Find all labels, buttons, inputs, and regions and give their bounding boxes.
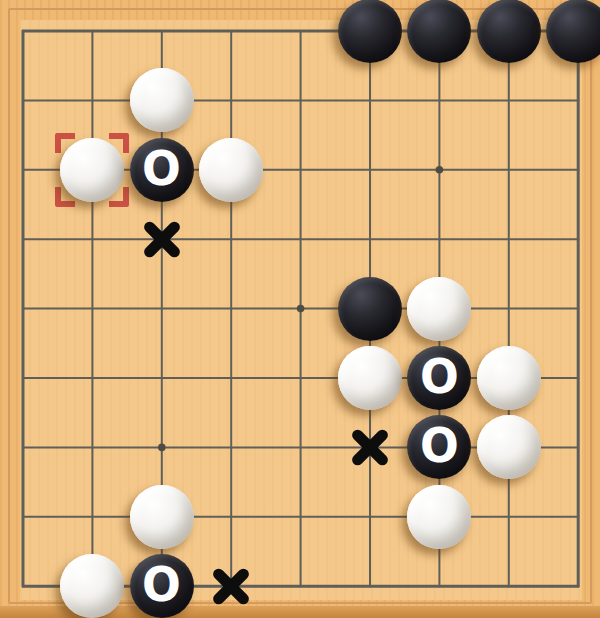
board-point-hg[interactable] [474,413,543,482]
stone-o-label: O [420,421,459,469]
board-point-fe[interactable] [335,274,404,343]
black-stone [338,0,402,63]
black-stone: O [407,346,471,410]
board-point-be[interactable] [58,274,127,343]
board-point-bd[interactable] [58,204,127,273]
board-point-bc[interactable] [58,135,127,204]
board-point-id[interactable] [543,204,600,273]
board-point-gi[interactable] [405,551,474,618]
black-stone [546,0,600,63]
black-stone [477,0,541,63]
board-point-ia[interactable] [543,0,600,66]
board-point-ac[interactable] [0,135,58,204]
board-point-cd[interactable] [127,204,196,273]
x-mark-icon [207,562,255,610]
white-stone [477,346,541,410]
white-stone [477,415,541,479]
board-point-dd[interactable] [196,204,265,273]
board-point-ea[interactable] [266,0,335,66]
board-point-ib[interactable] [543,66,600,135]
board-point-eh[interactable] [266,482,335,551]
board-point-ab[interactable] [0,66,58,135]
board-point-ci[interactable]: O [127,551,196,618]
board-point-hd[interactable] [474,204,543,273]
board-point-ei[interactable] [266,551,335,618]
x-mark-icon [138,215,186,263]
board-point-ag[interactable] [0,413,58,482]
board-point-ae[interactable] [0,274,58,343]
x-mark-icon [346,423,394,471]
black-stone [407,0,471,63]
board-point-hf[interactable] [474,343,543,412]
black-stone: O [130,554,194,618]
board-point-hb[interactable] [474,66,543,135]
board-point-ch[interactable] [127,482,196,551]
board-point-ad[interactable] [0,204,58,273]
board-point-db[interactable] [196,66,265,135]
board-point-ba[interactable] [58,0,127,66]
board-point-bi[interactable] [58,551,127,618]
board-point-dh[interactable] [196,482,265,551]
white-stone [130,68,194,132]
board-point-dg[interactable] [196,413,265,482]
board-point-ic[interactable] [543,135,600,204]
board-point-ed[interactable] [266,204,335,273]
board-point-fi[interactable] [335,551,404,618]
white-stone [199,138,263,202]
board-point-fa[interactable] [335,0,404,66]
stone-o-label: O [420,352,459,400]
board-point-ah[interactable] [0,482,58,551]
board-point-eb[interactable] [266,66,335,135]
board-point-ha[interactable] [474,0,543,66]
board-point-ie[interactable] [543,274,600,343]
board-point-gb[interactable] [405,66,474,135]
board-point-ff[interactable] [335,343,404,412]
board-point-ec[interactable] [266,135,335,204]
board-point-ih[interactable] [543,482,600,551]
board-point-fg[interactable] [335,413,404,482]
board-point-bb[interactable] [58,66,127,135]
board-point-ce[interactable] [127,274,196,343]
board-point-gf[interactable]: O [405,343,474,412]
board-point-gg[interactable]: O [405,413,474,482]
board-point-fh[interactable] [335,482,404,551]
white-stone [60,138,124,202]
board-point-ig[interactable] [543,413,600,482]
board-grid: OOOO [0,0,600,618]
stone-o-label: O [142,144,181,192]
board-point-de[interactable] [196,274,265,343]
black-stone: O [407,415,471,479]
board-point-ga[interactable] [405,0,474,66]
board-point-if[interactable] [543,343,600,412]
board-point-hh[interactable] [474,482,543,551]
board-point-fb[interactable] [335,66,404,135]
board-point-ca[interactable] [127,0,196,66]
board-point-hc[interactable] [474,135,543,204]
board-point-ii[interactable] [543,551,600,618]
board-point-df[interactable] [196,343,265,412]
board-point-hi[interactable] [474,551,543,618]
board-point-af[interactable] [0,343,58,412]
board-point-bf[interactable] [58,343,127,412]
stone-o-label: O [142,560,181,608]
board-point-cb[interactable] [127,66,196,135]
board-point-ai[interactable] [0,551,58,618]
board-point-gh[interactable] [405,482,474,551]
board-point-da[interactable] [196,0,265,66]
board-point-aa[interactable] [0,0,58,66]
board-point-bg[interactable] [58,413,127,482]
board-point-fd[interactable] [335,204,404,273]
white-stone [130,485,194,549]
board-point-bh[interactable] [58,482,127,551]
go-board: OOOO [0,0,600,618]
white-stone [407,277,471,341]
board-point-gd[interactable] [405,204,474,273]
board-point-eg[interactable] [266,413,335,482]
board-point-ge[interactable] [405,274,474,343]
board-point-di[interactable] [196,551,265,618]
board-point-cc[interactable]: O [127,135,196,204]
board-point-dc[interactable] [196,135,265,204]
board-point-gc[interactable] [405,135,474,204]
board-point-cg[interactable] [127,413,196,482]
black-stone [338,277,402,341]
white-stone [338,346,402,410]
white-stone [60,554,124,618]
board-point-ee[interactable] [266,274,335,343]
board-point-cf[interactable] [127,343,196,412]
board-point-he[interactable] [474,274,543,343]
board-point-fc[interactable] [335,135,404,204]
black-stone: O [130,138,194,202]
white-stone [407,485,471,549]
board-point-ef[interactable] [266,343,335,412]
